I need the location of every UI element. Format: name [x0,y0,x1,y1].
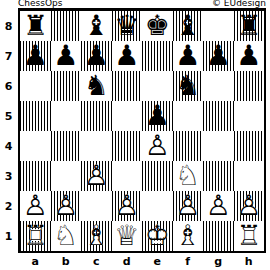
white-bishop-glyph: ♗ [81,221,112,251]
black-pawn: ♟ [142,101,173,131]
black-queen-glyph: ♛ [112,11,143,41]
square-c2[interactable] [81,191,112,221]
white-knight-fill: ♞ [51,221,82,251]
black-bishop: ♝ [173,11,204,41]
square-f4[interactable] [173,131,204,161]
white-pawn-glyph: ♙ [81,161,112,191]
black-pawn: ♟ [112,41,143,71]
square-f2[interactable]: ♟♙ [173,191,204,221]
square-h3[interactable] [234,161,265,191]
black-pawn-glyph: ♟ [112,41,143,71]
black-pawn-glyph: ♟ [173,41,204,71]
white-rook-fill: ♜ [20,221,51,251]
square-b7[interactable]: ♟ [51,41,82,71]
white-queen-glyph: ♕ [112,221,143,251]
white-pawn: ♟♙ [81,161,112,191]
white-pawn-fill: ♟ [51,191,82,221]
black-rook-glyph: ♜ [20,11,51,41]
square-a5[interactable] [20,101,51,131]
white-rook: ♜♖ [20,221,51,251]
black-bishop: ♝ [81,11,112,41]
square-c1[interactable]: ♝♗ [81,221,112,251]
white-pawn: ♟♙ [234,191,265,221]
black-pawn: ♟ [234,41,265,71]
square-h6[interactable] [234,71,265,101]
white-pawn-glyph: ♙ [234,191,265,221]
white-pawn-glyph: ♙ [203,191,234,221]
square-e3[interactable] [142,161,173,191]
black-pawn-glyph: ♟ [234,41,265,71]
square-g7[interactable]: ♟ [203,41,234,71]
white-bishop: ♝♗ [81,221,112,251]
square-f3[interactable]: ♞♘ [173,161,204,191]
white-pawn-fill: ♟ [173,191,204,221]
white-pawn-glyph: ♙ [20,191,51,221]
rank-label-2: 2 [0,191,17,221]
square-d3[interactable] [112,161,143,191]
file-label-d: d [112,254,143,269]
rank-label-1: 1 [0,221,17,251]
square-e7[interactable] [142,41,173,71]
square-a1[interactable]: ♜♖ [20,221,51,251]
black-knight: ♞ [81,71,112,101]
square-h8[interactable]: ♜ [234,11,265,41]
square-h5[interactable] [234,101,265,131]
square-b1[interactable]: ♞♘ [51,221,82,251]
square-a4[interactable] [20,131,51,161]
square-a6[interactable] [20,71,51,101]
square-h4[interactable] [234,131,265,161]
file-label-c: c [81,254,112,269]
square-a7[interactable]: ♟ [20,41,51,71]
white-king-fill: ♚ [142,221,173,251]
white-bishop-fill: ♝ [81,221,112,251]
white-pawn-fill: ♟ [81,161,112,191]
white-pawn: ♟♙ [203,191,234,221]
file-label-f: f [173,254,204,269]
white-pawn-fill: ♟ [234,191,265,221]
white-pawn-fill: ♟ [112,191,143,221]
square-e1[interactable]: ♚♔ [142,221,173,251]
white-rook-fill: ♜ [234,221,265,251]
white-pawn-glyph: ♙ [142,131,173,161]
black-pawn: ♟ [20,41,51,71]
square-g3[interactable] [203,161,234,191]
white-pawn: ♟♙ [112,191,143,221]
square-c7[interactable]: ♟ [81,41,112,71]
rank-label-7: 7 [0,41,17,71]
square-g5[interactable] [203,101,234,131]
chess-board: ♜♝♛♚♝♜♟♟♟♟♟♟♟♞♞♟♟♙♟♙♞♘♟♙♟♙♟♙♟♙♟♙♟♙♜♖♞♘♝♗… [18,9,266,253]
white-rook: ♜♖ [234,221,265,251]
white-king: ♚♔ [142,221,173,251]
header: ChessOps © EUdesign [18,0,266,9]
white-rook-glyph: ♖ [20,221,51,251]
rank-label-5: 5 [0,101,17,131]
chessops-diagram: ChessOps © EUdesign 87654321 ♜♝♛♚♝♜♟♟♟♟♟… [0,0,270,270]
white-pawn: ♟♙ [20,191,51,221]
black-pawn-glyph: ♟ [51,41,82,71]
rank-label-6: 6 [0,71,17,101]
black-queen: ♛ [112,11,143,41]
app-title: ChessOps [18,0,62,8]
square-g1[interactable] [203,221,234,251]
white-queen: ♛♕ [112,221,143,251]
rank-label-3: 3 [0,161,17,191]
rank-label-4: 4 [0,131,17,161]
rank-labels: 87654321 [0,11,17,251]
square-h7[interactable]: ♟ [234,41,265,71]
square-d7[interactable]: ♟ [112,41,143,71]
black-king: ♚ [142,11,173,41]
square-e2[interactable] [142,191,173,221]
square-d1[interactable]: ♛♕ [112,221,143,251]
white-pawn-glyph: ♙ [112,191,143,221]
square-h1[interactable]: ♜♖ [234,221,265,251]
black-pawn: ♟ [51,41,82,71]
black-pawn-glyph: ♟ [81,41,112,71]
square-c4[interactable] [81,131,112,161]
square-e6[interactable] [142,71,173,101]
square-e8[interactable]: ♚ [142,11,173,41]
white-king-glyph: ♔ [142,221,173,251]
white-rook-glyph: ♖ [234,221,265,251]
square-b4[interactable] [51,131,82,161]
square-e5[interactable]: ♟ [142,101,173,131]
white-pawn-glyph: ♙ [51,191,82,221]
square-g8[interactable] [203,11,234,41]
square-b8[interactable] [51,11,82,41]
white-knight-glyph: ♘ [173,161,204,191]
square-b5[interactable] [51,101,82,131]
file-label-h: h [234,254,265,269]
square-a8[interactable]: ♜ [20,11,51,41]
white-knight: ♞♘ [173,161,204,191]
square-a3[interactable] [20,161,51,191]
white-pawn-fill: ♟ [203,191,234,221]
square-b6[interactable] [51,71,82,101]
white-pawn-glyph: ♙ [173,191,204,221]
white-queen-fill: ♛ [112,221,143,251]
black-pawn-glyph: ♟ [203,41,234,71]
black-king-glyph: ♚ [142,11,173,41]
black-bishop-glyph: ♝ [81,11,112,41]
white-bishop: ♝♗ [173,221,204,251]
white-pawn-fill: ♟ [20,191,51,221]
black-rook: ♜ [234,11,265,41]
black-pawn-glyph: ♟ [142,101,173,131]
square-c8[interactable]: ♝ [81,11,112,41]
square-c6[interactable]: ♞ [81,71,112,101]
file-labels: abcdefgh [20,254,264,269]
square-a2[interactable]: ♟♙ [20,191,51,221]
square-e4[interactable]: ♟♙ [142,131,173,161]
square-c5[interactable] [81,101,112,131]
black-pawn: ♟ [81,41,112,71]
square-f6[interactable]: ♞ [173,71,204,101]
black-knight: ♞ [173,71,204,101]
square-d4[interactable] [112,131,143,161]
black-rook: ♜ [20,11,51,41]
rank-label-8: 8 [0,11,17,41]
white-bishop-fill: ♝ [173,221,204,251]
square-g6[interactable] [203,71,234,101]
white-bishop-glyph: ♗ [173,221,204,251]
file-label-g: g [203,254,234,269]
square-f1[interactable]: ♝♗ [173,221,204,251]
white-knight: ♞♘ [51,221,82,251]
black-knight-glyph: ♞ [81,71,112,101]
square-d5[interactable] [112,101,143,131]
white-knight-glyph: ♘ [51,221,82,251]
black-rook-glyph: ♜ [234,11,265,41]
file-label-b: b [51,254,82,269]
square-d6[interactable] [112,71,143,101]
white-pawn: ♟♙ [51,191,82,221]
white-knight-fill: ♞ [173,161,204,191]
white-pawn: ♟♙ [173,191,204,221]
square-g4[interactable] [203,131,234,161]
credit-text: © EUdesign [212,0,266,8]
white-pawn-fill: ♟ [142,131,173,161]
black-pawn-glyph: ♟ [20,41,51,71]
black-knight-glyph: ♞ [173,71,204,101]
square-d8[interactable]: ♛ [112,11,143,41]
white-pawn: ♟♙ [142,131,173,161]
black-pawn: ♟ [203,41,234,71]
square-b3[interactable] [51,161,82,191]
square-b2[interactable]: ♟♙ [51,191,82,221]
black-pawn: ♟ [173,41,204,71]
square-c3[interactable]: ♟♙ [81,161,112,191]
square-d2[interactable]: ♟♙ [112,191,143,221]
file-label-e: e [142,254,173,269]
file-label-a: a [20,254,51,269]
square-f7[interactable]: ♟ [173,41,204,71]
square-h2[interactable]: ♟♙ [234,191,265,221]
black-bishop-glyph: ♝ [173,11,204,41]
square-f5[interactable] [173,101,204,131]
square-f8[interactable]: ♝ [173,11,204,41]
square-g2[interactable]: ♟♙ [203,191,234,221]
